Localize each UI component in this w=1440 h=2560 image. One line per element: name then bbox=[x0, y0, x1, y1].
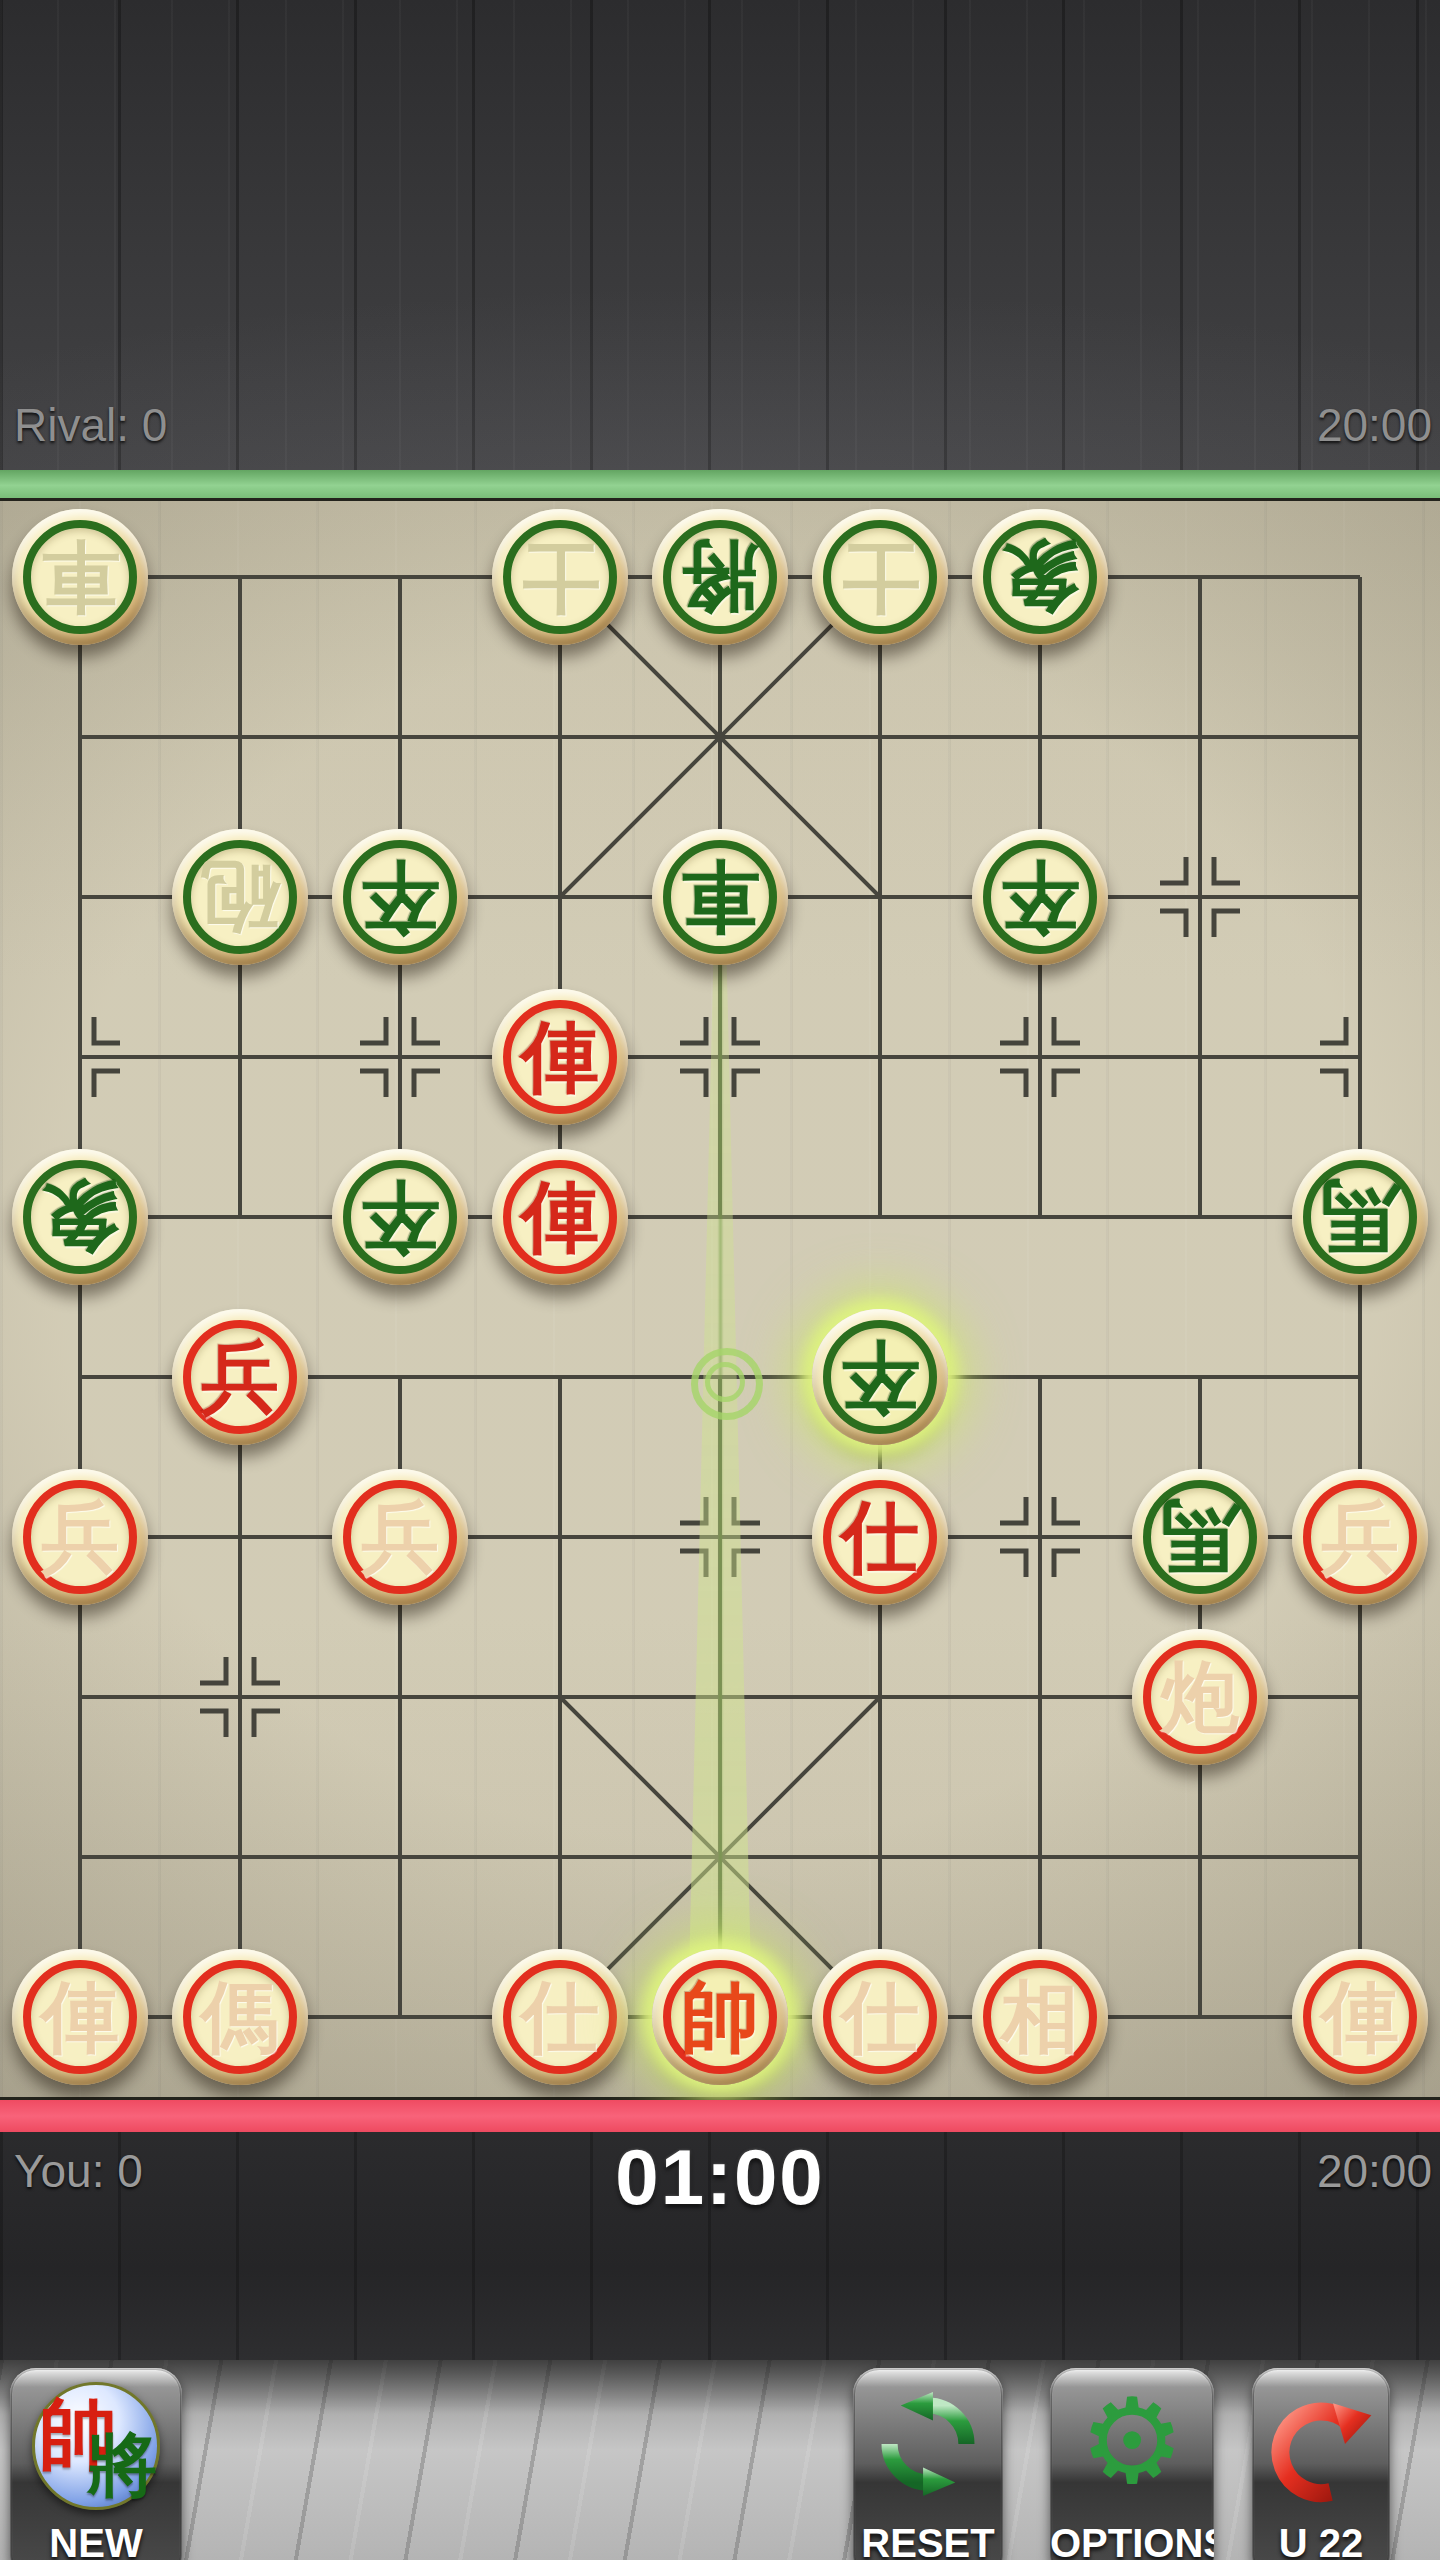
green-general-glyph: 將 bbox=[87, 2419, 157, 2513]
rival-score: Rival: 0 bbox=[14, 398, 167, 452]
undo-button[interactable]: U 22 bbox=[1252, 2368, 1390, 2560]
piece-green-soldier[interactable]: 卒 bbox=[332, 829, 468, 965]
piece-red-advisor[interactable]: 仕 bbox=[812, 1469, 948, 1605]
piece-red-soldier[interactable]: 兵 bbox=[1292, 1469, 1428, 1605]
piece-red-general[interactable]: 帥 bbox=[652, 1949, 788, 2085]
rival-turn-strip bbox=[0, 470, 1440, 498]
new-game-button[interactable]: 帥 將 NEW bbox=[10, 2368, 182, 2560]
options-gear-icon: ⚙ bbox=[1079, 2382, 1185, 2500]
piece-green-general[interactable]: 將 bbox=[652, 509, 788, 645]
piece-red-chariot[interactable]: 俥 bbox=[492, 1149, 628, 1285]
piece-red-soldier[interactable]: 兵 bbox=[12, 1469, 148, 1605]
new-button-label: NEW bbox=[10, 2521, 182, 2560]
move-timer: 01:00 bbox=[0, 2132, 1440, 2223]
piece-green-chariot[interactable]: 車 bbox=[12, 509, 148, 645]
piece-red-chariot[interactable]: 俥 bbox=[12, 1949, 148, 2085]
new-game-icon: 帥 將 bbox=[32, 2382, 160, 2510]
piece-green-soldier[interactable]: 卒 bbox=[332, 1149, 468, 1285]
piece-green-soldier[interactable]: 卒 bbox=[972, 829, 1108, 965]
piece-red-cannon[interactable]: 炮 bbox=[1132, 1629, 1268, 1765]
piece-red-horse[interactable]: 傌 bbox=[172, 1949, 308, 2085]
player-clock-bar: You: 0 01:00 20:00 bbox=[0, 2132, 1440, 2360]
your-turn-strip bbox=[0, 2100, 1440, 2132]
your-clock: 20:00 bbox=[1317, 2144, 1432, 2198]
xiangqi-board[interactable]: 車士將士象砲卒車卒俥象卒俥馬兵卒兵兵仕馬兵炮俥傌仕帥仕相俥 bbox=[0, 498, 1440, 2100]
rival-clock: 20:00 bbox=[1317, 398, 1432, 452]
undo-button-label: U 22 bbox=[1252, 2521, 1390, 2560]
piece-red-chariot[interactable]: 俥 bbox=[492, 989, 628, 1125]
options-button[interactable]: ⚙ OPTIONS bbox=[1050, 2368, 1214, 2560]
reset-button-label: RESET bbox=[853, 2521, 1003, 2560]
options-button-label: OPTIONS bbox=[1050, 2521, 1214, 2560]
piece-green-cannon[interactable]: 砲 bbox=[172, 829, 308, 965]
piece-red-soldier[interactable]: 兵 bbox=[332, 1469, 468, 1605]
piece-red-advisor[interactable]: 仕 bbox=[812, 1949, 948, 2085]
rival-bar: Rival: 0 20:00 bbox=[0, 398, 1440, 458]
piece-green-horse[interactable]: 馬 bbox=[1132, 1469, 1268, 1605]
piece-red-soldier[interactable]: 兵 bbox=[172, 1309, 308, 1445]
piece-red-elephant[interactable]: 相 bbox=[972, 1949, 1108, 2085]
piece-green-advisor[interactable]: 士 bbox=[812, 509, 948, 645]
toolbar-background: 帥 將 NEW RESET ⚙ OPTIONS bbox=[0, 2360, 1440, 2560]
piece-green-soldier[interactable]: 卒 bbox=[812, 1309, 948, 1445]
piece-green-chariot[interactable]: 車 bbox=[652, 829, 788, 965]
piece-green-elephant[interactable]: 象 bbox=[972, 509, 1108, 645]
reset-refresh-icon bbox=[866, 2382, 990, 2506]
piece-green-advisor[interactable]: 士 bbox=[492, 509, 628, 645]
reset-button[interactable]: RESET bbox=[853, 2368, 1003, 2560]
piece-green-horse[interactable]: 馬 bbox=[1292, 1149, 1428, 1285]
undo-arrow-icon bbox=[1261, 2382, 1381, 2506]
piece-green-elephant[interactable]: 象 bbox=[12, 1149, 148, 1285]
piece-red-chariot[interactable]: 俥 bbox=[1292, 1949, 1428, 2085]
piece-red-advisor[interactable]: 仕 bbox=[492, 1949, 628, 2085]
